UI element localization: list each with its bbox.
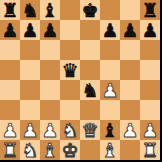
square-d6[interactable] bbox=[60, 40, 80, 60]
square-g1[interactable] bbox=[120, 140, 140, 160]
white-bishop: ♝ bbox=[101, 140, 118, 160]
square-e1[interactable] bbox=[80, 140, 100, 160]
square-f8[interactable] bbox=[100, 0, 120, 20]
square-b6[interactable] bbox=[20, 40, 40, 60]
square-g2[interactable]: ♟ bbox=[120, 120, 140, 140]
square-a7[interactable]: ♟ bbox=[0, 20, 20, 40]
square-b2[interactable]: ♟ bbox=[20, 120, 40, 140]
white-rook: ♜ bbox=[141, 140, 158, 160]
square-e4[interactable]: ♞ bbox=[80, 80, 100, 100]
square-e2[interactable]: ♛ bbox=[80, 120, 100, 140]
white-knight: ♞ bbox=[21, 140, 38, 160]
black-pawn: ♟ bbox=[121, 20, 138, 40]
white-king: ♚ bbox=[61, 140, 78, 160]
black-pawn: ♟ bbox=[21, 20, 38, 40]
square-d1[interactable]: ♚ bbox=[60, 140, 80, 160]
square-h3[interactable] bbox=[140, 100, 160, 120]
white-knight: ♞ bbox=[61, 120, 78, 140]
black-knight: ♞ bbox=[21, 0, 38, 20]
white-pawn: ♟ bbox=[141, 120, 158, 140]
black-bishop: ♝ bbox=[41, 0, 58, 20]
square-h8[interactable]: ♜ bbox=[140, 0, 160, 20]
square-b5[interactable] bbox=[20, 60, 40, 80]
square-f6[interactable] bbox=[100, 40, 120, 60]
square-g8[interactable] bbox=[120, 0, 140, 20]
chessboard-frame: ♜♞♝♚♜♟♟♟♟♟♟♛♞♟♟♟♟♞♛♝♟♟♜♞♝♚♝♜ bbox=[0, 0, 162, 162]
white-pawn: ♟ bbox=[1, 120, 18, 140]
square-a2[interactable]: ♟ bbox=[0, 120, 20, 140]
square-c4[interactable] bbox=[40, 80, 60, 100]
white-bishop: ♝ bbox=[41, 140, 58, 160]
square-h1[interactable]: ♜ bbox=[140, 140, 160, 160]
square-c3[interactable] bbox=[40, 100, 60, 120]
square-g3[interactable] bbox=[120, 100, 140, 120]
square-a8[interactable]: ♜ bbox=[0, 0, 20, 20]
square-d4[interactable] bbox=[60, 80, 80, 100]
square-d8[interactable] bbox=[60, 0, 80, 20]
square-f7[interactable]: ♟ bbox=[100, 20, 120, 40]
square-f2[interactable]: ♝ bbox=[100, 120, 120, 140]
black-pawn: ♟ bbox=[41, 20, 58, 40]
square-e8[interactable]: ♚ bbox=[80, 0, 100, 20]
white-rook: ♜ bbox=[1, 140, 18, 160]
square-f1[interactable]: ♝ bbox=[100, 140, 120, 160]
black-rook: ♜ bbox=[1, 0, 18, 20]
square-f4[interactable]: ♟ bbox=[100, 80, 120, 100]
square-c8[interactable]: ♝ bbox=[40, 0, 60, 20]
white-pawn: ♟ bbox=[41, 120, 58, 140]
black-bishop: ♝ bbox=[101, 120, 118, 140]
square-h5[interactable] bbox=[140, 60, 160, 80]
square-h4[interactable] bbox=[140, 80, 160, 100]
square-b7[interactable]: ♟ bbox=[20, 20, 40, 40]
square-g7[interactable]: ♟ bbox=[120, 20, 140, 40]
square-a3[interactable] bbox=[0, 100, 20, 120]
square-b4[interactable] bbox=[20, 80, 40, 100]
square-c6[interactable] bbox=[40, 40, 60, 60]
square-d2[interactable]: ♞ bbox=[60, 120, 80, 140]
square-h6[interactable] bbox=[140, 40, 160, 60]
square-h2[interactable]: ♟ bbox=[140, 120, 160, 140]
black-pawn: ♟ bbox=[141, 20, 158, 40]
square-d5[interactable]: ♛ bbox=[60, 60, 80, 80]
square-b3[interactable] bbox=[20, 100, 40, 120]
white-pawn: ♟ bbox=[101, 80, 118, 100]
white-queen: ♛ bbox=[81, 120, 98, 140]
square-b1[interactable]: ♞ bbox=[20, 140, 40, 160]
black-knight: ♞ bbox=[81, 80, 98, 100]
square-c2[interactable]: ♟ bbox=[40, 120, 60, 140]
square-e5[interactable] bbox=[80, 60, 100, 80]
black-rook: ♜ bbox=[141, 0, 158, 20]
square-d3[interactable] bbox=[60, 100, 80, 120]
square-c7[interactable]: ♟ bbox=[40, 20, 60, 40]
black-queen: ♛ bbox=[61, 60, 78, 80]
square-a5[interactable] bbox=[0, 60, 20, 80]
square-f5[interactable] bbox=[100, 60, 120, 80]
square-e7[interactable] bbox=[80, 20, 100, 40]
square-d7[interactable] bbox=[60, 20, 80, 40]
square-e6[interactable] bbox=[80, 40, 100, 60]
white-pawn: ♟ bbox=[121, 120, 138, 140]
square-a6[interactable] bbox=[0, 40, 20, 60]
black-king: ♚ bbox=[81, 0, 98, 20]
square-g6[interactable] bbox=[120, 40, 140, 60]
square-a1[interactable]: ♜ bbox=[0, 140, 20, 160]
chessboard: ♜♞♝♚♜♟♟♟♟♟♟♛♞♟♟♟♟♞♛♝♟♟♜♞♝♚♝♜ bbox=[0, 0, 160, 160]
square-e3[interactable] bbox=[80, 100, 100, 120]
square-c5[interactable] bbox=[40, 60, 60, 80]
black-pawn: ♟ bbox=[101, 20, 118, 40]
square-a4[interactable] bbox=[0, 80, 20, 100]
square-g5[interactable] bbox=[120, 60, 140, 80]
black-pawn: ♟ bbox=[1, 20, 18, 40]
square-b8[interactable]: ♞ bbox=[20, 0, 40, 20]
square-h7[interactable]: ♟ bbox=[140, 20, 160, 40]
square-f3[interactable] bbox=[100, 100, 120, 120]
square-c1[interactable]: ♝ bbox=[40, 140, 60, 160]
white-pawn: ♟ bbox=[21, 120, 38, 140]
square-g4[interactable] bbox=[120, 80, 140, 100]
